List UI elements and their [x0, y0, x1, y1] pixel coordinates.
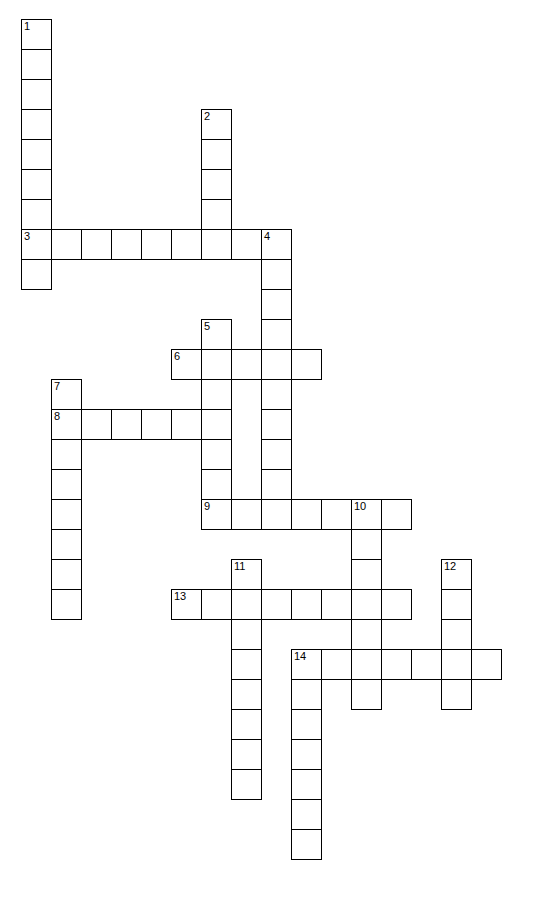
grid-cell-r21c15[interactable] — [471, 649, 502, 680]
grid-cell-r24c7[interactable] — [231, 739, 262, 770]
grid-cell-r19c7[interactable] — [231, 589, 262, 620]
grid-cell-r25c7[interactable] — [231, 769, 262, 800]
clue-number-12: 12 — [444, 560, 456, 572]
grid-cell-r7c4[interactable] — [141, 229, 172, 260]
grid-cell-r19c8[interactable] — [261, 589, 292, 620]
grid-cell-r12c6[interactable] — [201, 379, 232, 410]
clue-number-8: 8 — [54, 410, 60, 422]
grid-cell-r11c7[interactable] — [231, 349, 262, 380]
clue-number-11: 11 — [234, 560, 245, 572]
grid-cell-r7c2[interactable] — [81, 229, 112, 260]
clue-number-5: 5 — [204, 320, 210, 332]
grid-cell-r20c7[interactable] — [231, 619, 262, 650]
grid-cell-r4c6[interactable] — [201, 139, 232, 170]
clue-number-7: 7 — [54, 380, 60, 392]
grid-cell-r14c8[interactable] — [261, 439, 292, 470]
grid-cell-r21c10[interactable] — [321, 649, 352, 680]
grid-cell-r7c1[interactable] — [51, 229, 82, 260]
grid-cell-r17c1[interactable] — [51, 529, 82, 560]
grid-cell-r8c0[interactable] — [21, 259, 52, 290]
grid-cell-r21c14[interactable] — [441, 649, 472, 680]
grid-cell-r22c11[interactable] — [351, 679, 382, 710]
grid-cell-r26c9[interactable] — [291, 799, 322, 830]
clue-number-13: 13 — [174, 590, 186, 602]
grid-cell-r18c14[interactable]: 12 — [441, 559, 472, 590]
grid-cell-r16c10[interactable] — [321, 499, 352, 530]
grid-cell-r17c11[interactable] — [351, 529, 382, 560]
grid-cell-r15c8[interactable] — [261, 469, 292, 500]
grid-cell-r21c9[interactable]: 14 — [291, 649, 322, 680]
grid-cell-r16c9[interactable] — [291, 499, 322, 530]
grid-cell-r7c0[interactable]: 3 — [21, 229, 52, 260]
grid-cell-r1c0[interactable] — [21, 49, 52, 80]
grid-cell-r7c7[interactable] — [231, 229, 262, 260]
grid-cell-r6c0[interactable] — [21, 199, 52, 230]
grid-cell-r13c6[interactable] — [201, 409, 232, 440]
grid-cell-r18c11[interactable] — [351, 559, 382, 590]
grid-cell-r0c0[interactable]: 1 — [21, 19, 52, 50]
clue-number-2: 2 — [204, 110, 210, 122]
grid-cell-r10c6[interactable]: 5 — [201, 319, 232, 350]
grid-cell-r11c8[interactable] — [261, 349, 292, 380]
grid-cell-r20c11[interactable] — [351, 619, 382, 650]
grid-cell-r22c14[interactable] — [441, 679, 472, 710]
grid-cell-r8c8[interactable] — [261, 259, 292, 290]
grid-cell-r19c5[interactable]: 13 — [171, 589, 202, 620]
grid-cell-r13c1[interactable]: 8 — [51, 409, 82, 440]
grid-cell-r21c13[interactable] — [411, 649, 442, 680]
grid-cell-r11c5[interactable]: 6 — [171, 349, 202, 380]
grid-cell-r13c8[interactable] — [261, 409, 292, 440]
grid-cell-r3c6[interactable]: 2 — [201, 109, 232, 140]
grid-cell-r2c0[interactable] — [21, 79, 52, 110]
grid-cell-r7c6[interactable] — [201, 229, 232, 260]
grid-cell-r16c1[interactable] — [51, 499, 82, 530]
grid-cell-r19c14[interactable] — [441, 589, 472, 620]
grid-cell-r24c9[interactable] — [291, 739, 322, 770]
clue-number-1: 1 — [24, 20, 30, 32]
grid-cell-r21c12[interactable] — [381, 649, 412, 680]
crossword-grid: 1234567891011121314 — [21, 19, 502, 860]
grid-cell-r23c7[interactable] — [231, 709, 262, 740]
grid-cell-r19c1[interactable] — [51, 589, 82, 620]
grid-cell-r16c6[interactable]: 9 — [201, 499, 232, 530]
grid-cell-r11c9[interactable] — [291, 349, 322, 380]
grid-cell-r5c6[interactable] — [201, 169, 232, 200]
grid-cell-r18c7[interactable]: 11 — [231, 559, 262, 590]
grid-cell-r20c14[interactable] — [441, 619, 472, 650]
grid-cell-r21c11[interactable] — [351, 649, 382, 680]
clue-number-6: 6 — [174, 350, 180, 362]
grid-cell-r6c6[interactable] — [201, 199, 232, 230]
grid-cell-r5c0[interactable] — [21, 169, 52, 200]
grid-cell-r14c1[interactable] — [51, 439, 82, 470]
grid-cell-r13c3[interactable] — [111, 409, 142, 440]
grid-cell-r7c3[interactable] — [111, 229, 142, 260]
grid-cell-r12c1[interactable]: 7 — [51, 379, 82, 410]
grid-cell-r7c5[interactable] — [171, 229, 202, 260]
grid-cell-r3c0[interactable] — [21, 109, 52, 140]
grid-cell-r16c7[interactable] — [231, 499, 262, 530]
grid-cell-r18c1[interactable] — [51, 559, 82, 590]
grid-cell-r21c7[interactable] — [231, 649, 262, 680]
grid-cell-r19c6[interactable] — [201, 589, 232, 620]
grid-cell-r25c9[interactable] — [291, 769, 322, 800]
grid-cell-r16c11[interactable]: 10 — [351, 499, 382, 530]
grid-cell-r9c8[interactable] — [261, 289, 292, 320]
grid-cell-r10c8[interactable] — [261, 319, 292, 350]
clue-number-10: 10 — [354, 500, 366, 512]
grid-cell-r15c6[interactable] — [201, 469, 232, 500]
grid-cell-r7c8[interactable]: 4 — [261, 229, 292, 260]
grid-cell-r13c4[interactable] — [141, 409, 172, 440]
grid-cell-r12c8[interactable] — [261, 379, 292, 410]
grid-cell-r15c1[interactable] — [51, 469, 82, 500]
grid-cell-r23c9[interactable] — [291, 709, 322, 740]
grid-cell-r16c8[interactable] — [261, 499, 292, 530]
clue-number-4: 4 — [264, 230, 270, 242]
grid-cell-r13c2[interactable] — [81, 409, 112, 440]
grid-cell-r22c9[interactable] — [291, 679, 322, 710]
grid-cell-r4c0[interactable] — [21, 139, 52, 170]
grid-cell-r27c9[interactable] — [291, 829, 322, 860]
grid-cell-r13c5[interactable] — [171, 409, 202, 440]
clue-number-14: 14 — [294, 650, 306, 662]
grid-cell-r11c6[interactable] — [201, 349, 232, 380]
grid-cell-r19c9[interactable] — [291, 589, 322, 620]
grid-cell-r14c6[interactable] — [201, 439, 232, 470]
grid-cell-r19c10[interactable] — [321, 589, 352, 620]
clue-number-9: 9 — [204, 500, 210, 512]
grid-cell-r22c7[interactable] — [231, 679, 262, 710]
clue-number-3: 3 — [24, 230, 30, 242]
grid-cell-r16c12[interactable] — [381, 499, 412, 530]
grid-cell-r19c12[interactable] — [381, 589, 412, 620]
grid-cell-r19c11[interactable] — [351, 589, 382, 620]
